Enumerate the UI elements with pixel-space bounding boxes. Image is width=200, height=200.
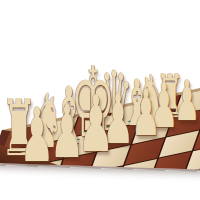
white-pawn-f2: ♟ xyxy=(50,95,84,168)
chess-set-photo: ♜♟♞♟♝♟♚♟♛♟♝♟♞♜♟ xyxy=(0,0,200,200)
white-pawn-g2: ♟ xyxy=(20,98,55,173)
white-pawn-c2: ♟ xyxy=(131,81,161,145)
